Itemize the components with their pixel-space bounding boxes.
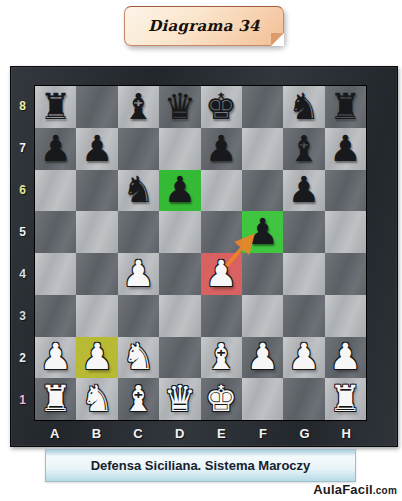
square-d1: ♛ <box>159 378 200 420</box>
rank-label-4: 4 <box>11 253 34 295</box>
rank-label-3: 3 <box>11 295 34 337</box>
piece-black-bishop: ♝ <box>288 131 320 167</box>
square-c6: ♞ <box>118 170 159 212</box>
square-c3 <box>118 295 159 337</box>
file-label-D: D <box>159 421 201 446</box>
piece-black-knight: ♞ <box>122 172 154 208</box>
piece-white-king: ♚ <box>205 381 237 417</box>
piece-black-pawn: ♟ <box>205 131 237 167</box>
piece-white-queen: ♛ <box>164 381 196 417</box>
square-e6 <box>201 170 242 212</box>
square-g2: ♟ <box>283 337 324 379</box>
piece-white-rook: ♜ <box>329 381 361 417</box>
piece-black-pawn: ♟ <box>329 131 361 167</box>
square-b8 <box>76 86 117 128</box>
piece-white-pawn: ♟ <box>205 256 237 292</box>
square-a6 <box>35 170 76 212</box>
piece-black-rook: ♜ <box>40 89 72 125</box>
square-h6 <box>325 170 366 212</box>
folded-corner <box>271 33 284 46</box>
square-c8: ♝ <box>118 86 159 128</box>
piece-white-knight: ♞ <box>81 381 113 417</box>
caption-text: Defensa Siciliana. Sistema Maroczy <box>91 458 311 473</box>
square-d6: ♟ <box>159 170 200 212</box>
piece-white-pawn: ♟ <box>329 339 361 375</box>
square-g7: ♝ <box>283 128 324 170</box>
square-c2: ♞ <box>118 337 159 379</box>
square-f8 <box>242 86 283 128</box>
square-c5 <box>118 211 159 253</box>
square-a8: ♜ <box>35 86 76 128</box>
square-h5 <box>325 211 366 253</box>
brand-suffix: .com <box>373 485 397 496</box>
square-b4 <box>76 253 117 295</box>
square-d7 <box>159 128 200 170</box>
square-g6: ♟ <box>283 170 324 212</box>
file-label-A: A <box>34 421 76 446</box>
square-a4 <box>35 253 76 295</box>
square-d5 <box>159 211 200 253</box>
brand-name: AulaFacil <box>313 482 373 497</box>
file-label-E: E <box>201 421 243 446</box>
diagram-title-note: Diagrama 34 <box>124 6 284 46</box>
square-c1: ♝ <box>118 378 159 420</box>
rank-label-2: 2 <box>11 337 34 379</box>
board-squares: ♜♝♛♚♞♜♟♟♟♝♟♞♟♟♟♟♟♟♟♞♝♟♟♟♜♞♝♛♚♜ <box>34 85 367 421</box>
piece-black-queen: ♛ <box>164 89 196 125</box>
square-c4: ♟ <box>118 253 159 295</box>
piece-white-knight: ♞ <box>122 339 154 375</box>
piece-black-knight: ♞ <box>288 89 320 125</box>
square-f3 <box>242 295 283 337</box>
square-e5 <box>201 211 242 253</box>
piece-white-pawn: ♟ <box>122 256 154 292</box>
square-a2: ♟ <box>35 337 76 379</box>
file-label-F: F <box>242 421 284 446</box>
square-d3 <box>159 295 200 337</box>
square-d2 <box>159 337 200 379</box>
square-e2: ♝ <box>201 337 242 379</box>
square-a5 <box>35 211 76 253</box>
square-h1: ♜ <box>325 378 366 420</box>
file-label-H: H <box>325 421 367 446</box>
piece-black-pawn: ♟ <box>164 172 196 208</box>
square-h4 <box>325 253 366 295</box>
square-b5 <box>76 211 117 253</box>
piece-white-pawn: ♟ <box>40 339 72 375</box>
file-label-B: B <box>76 421 118 446</box>
square-g1 <box>283 378 324 420</box>
square-b2: ♟ <box>76 337 117 379</box>
square-b1: ♞ <box>76 378 117 420</box>
square-f7 <box>242 128 283 170</box>
piece-white-pawn: ♟ <box>246 339 278 375</box>
piece-black-rook: ♜ <box>329 89 361 125</box>
brand-watermark: AulaFacil.com <box>313 482 397 497</box>
square-f5: ♟ <box>242 211 283 253</box>
square-g5 <box>283 211 324 253</box>
square-h7: ♟ <box>325 128 366 170</box>
square-e3 <box>201 295 242 337</box>
square-b3 <box>76 295 117 337</box>
piece-white-bishop: ♝ <box>122 381 154 417</box>
caption-bar: Defensa Siciliana. Sistema Maroczy <box>45 449 356 482</box>
square-a7: ♟ <box>35 128 76 170</box>
piece-black-pawn: ♟ <box>81 131 113 167</box>
file-label-G: G <box>284 421 326 446</box>
square-g8: ♞ <box>283 86 324 128</box>
square-e7: ♟ <box>201 128 242 170</box>
rank-label-8: 8 <box>11 85 34 127</box>
square-d4 <box>159 253 200 295</box>
rank-label-5: 5 <box>11 211 34 253</box>
piece-white-rook: ♜ <box>40 381 72 417</box>
piece-white-pawn: ♟ <box>288 339 320 375</box>
diagram-title: Diagrama 34 <box>148 17 260 35</box>
square-b7: ♟ <box>76 128 117 170</box>
square-e4: ♟ <box>201 253 242 295</box>
square-h3 <box>325 295 366 337</box>
square-h2: ♟ <box>325 337 366 379</box>
square-f1 <box>242 378 283 420</box>
square-f4 <box>242 253 283 295</box>
rank-label-1: 1 <box>11 379 34 421</box>
file-label-C: C <box>117 421 159 446</box>
piece-white-bishop: ♝ <box>205 339 237 375</box>
square-g4 <box>283 253 324 295</box>
square-f6 <box>242 170 283 212</box>
square-b6 <box>76 170 117 212</box>
square-d8: ♛ <box>159 86 200 128</box>
square-g3 <box>283 295 324 337</box>
piece-white-pawn: ♟ <box>81 339 113 375</box>
square-h8: ♜ <box>325 86 366 128</box>
square-a1: ♜ <box>35 378 76 420</box>
square-e1: ♚ <box>201 378 242 420</box>
square-f2: ♟ <box>242 337 283 379</box>
piece-black-pawn: ♟ <box>288 172 320 208</box>
square-a3 <box>35 295 76 337</box>
piece-black-bishop: ♝ <box>122 89 154 125</box>
piece-black-king: ♚ <box>205 89 237 125</box>
square-e8: ♚ <box>201 86 242 128</box>
chess-board: 87654321 ♜♝♛♚♞♜♟♟♟♝♟♞♟♟♟♟♟♟♟♞♝♟♟♟♜♞♝♛♚♜ … <box>10 66 398 447</box>
rank-label-6: 6 <box>11 169 34 211</box>
square-c7 <box>118 128 159 170</box>
piece-black-pawn: ♟ <box>246 214 278 250</box>
rank-label-7: 7 <box>11 127 34 169</box>
file-labels: ABCDEFGH <box>34 421 367 446</box>
piece-black-pawn: ♟ <box>40 131 72 167</box>
rank-labels: 87654321 <box>11 85 34 421</box>
